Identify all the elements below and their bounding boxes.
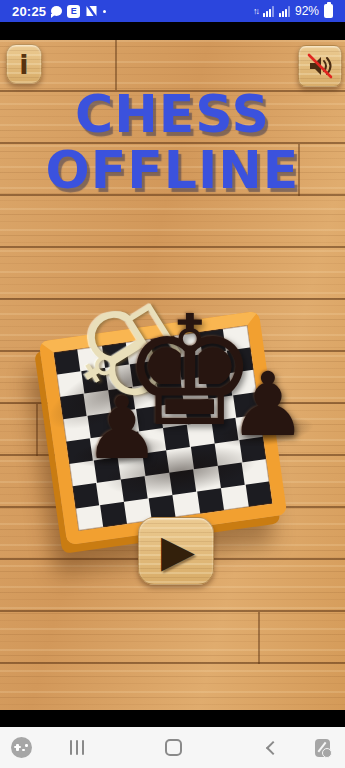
- status-bar-left: 20:25 E: [12, 4, 106, 19]
- wood-seam: [258, 612, 260, 664]
- black-pawn-left-piece: ♟: [78, 385, 166, 471]
- game-booster-button[interactable]: [8, 727, 34, 768]
- right-pawn-shadow: [215, 411, 318, 453]
- battery-percent: 92%: [295, 4, 319, 18]
- clock: 20:25: [12, 4, 46, 19]
- muted-speaker-icon: [305, 52, 335, 80]
- signal-icon-sim2: [279, 6, 290, 17]
- title-line-1: CHESS: [0, 86, 345, 142]
- bottom-letterbox: [0, 710, 345, 727]
- left-pawn-shadow: [69, 431, 172, 473]
- chessboard: [39, 311, 287, 546]
- app-background: i CHESS OFFLINE ♔ ♟ ♟ ♚: [0, 40, 345, 710]
- info-button-label: i: [19, 51, 28, 78]
- notification-dot-icon: [103, 10, 106, 13]
- touch-assist-button[interactable]: [306, 727, 338, 768]
- home-button[interactable]: [160, 727, 186, 768]
- status-bar: 20:25 E ↑↓ 92%: [0, 0, 345, 22]
- play-button[interactable]: ▶: [138, 517, 214, 585]
- wood-seam: [36, 404, 38, 456]
- info-button[interactable]: i: [6, 44, 42, 84]
- mute-button[interactable]: [298, 45, 342, 87]
- phone-screen: 20:25 E ↑↓ 92% i: [0, 0, 345, 768]
- white-king-shadow: [34, 324, 211, 449]
- back-button[interactable]: [258, 727, 284, 768]
- recent-apps-button[interactable]: [62, 727, 92, 768]
- play-icon: ▶: [161, 529, 195, 573]
- black-king-piece: ♚: [108, 296, 272, 448]
- battery-icon: [324, 4, 333, 18]
- email-badge-icon: E: [67, 5, 80, 18]
- top-letterbox: [0, 22, 345, 40]
- black-king-shadow: [98, 437, 263, 505]
- wood-seam: [115, 40, 117, 90]
- navigation-bar: [0, 727, 345, 768]
- back-chevron-icon: [266, 740, 280, 754]
- gamepad-icon: [11, 737, 32, 758]
- status-bar-right: ↑↓ 92%: [253, 4, 333, 18]
- signal-icon-sim1: [263, 6, 274, 17]
- title-line-2: OFFLINE: [0, 142, 345, 198]
- black-pawn-right-piece: ♟: [225, 361, 311, 449]
- data-arrows-icon: ↑↓: [253, 6, 258, 16]
- chat-bubble-icon: [51, 6, 62, 16]
- app-title: CHESS OFFLINE: [0, 86, 345, 198]
- fallen-white-king-piece: ♔: [34, 253, 222, 448]
- bowtie-app-icon: [85, 5, 98, 17]
- home-icon: [165, 739, 182, 756]
- recents-icon: [70, 740, 72, 755]
